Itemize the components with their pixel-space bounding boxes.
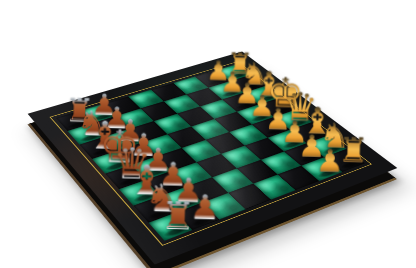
- perspective-wrapper: ♜♟♟♜♞♟♟♞♝♟♟♝♚♟♟♚♛♟♟♛♝♟♟♝♞♟♟♞♜♟♟♜: [0, 0, 416, 268]
- chess-board: ♜♟♟♜♞♟♟♞♝♟♟♝♚♟♟♚♛♟♟♛♝♟♟♝♞♟♟♞♜♟♟♜: [28, 51, 398, 264]
- board-slab: ♜♟♟♜♞♟♟♞♝♟♟♝♚♟♟♚♛♟♟♛♝♟♟♝♞♟♟♞♜♟♟♜: [28, 51, 398, 264]
- piece-glyph: ♟: [311, 146, 350, 176]
- chess-set-photo: ♜♟♟♜♞♟♟♞♝♟♟♝♚♟♟♚♛♟♟♛♝♟♟♝♞♟♟♞♜♟♟♜: [0, 0, 416, 268]
- white-pawn[interactable]: ♟: [311, 146, 350, 176]
- black-rook[interactable]: ♜: [157, 198, 199, 234]
- piece-glyph: ♜: [157, 198, 199, 234]
